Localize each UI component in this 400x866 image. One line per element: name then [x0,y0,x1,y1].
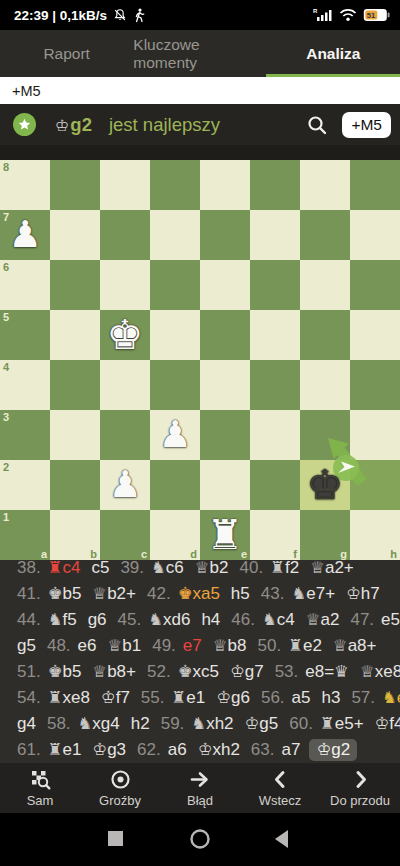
move[interactable]: h2 [131,714,150,734]
move-number: 55. [141,688,165,708]
square-e1[interactable]: e [200,510,250,560]
move[interactable]: ♞c4 [262,610,295,630]
black-figurine: ♔ [230,662,245,681]
square-h5[interactable] [350,310,400,360]
evaluation-text: +M5 [0,83,41,99]
square-b2[interactable] [50,460,100,510]
move[interactable]: ♔h7 [346,584,380,604]
best-move-label: ♔g2 [55,114,92,136]
move-number: 50. [257,636,281,656]
square-h7[interactable] [350,210,400,260]
chevron-left-icon [270,769,291,790]
move-number: 44. [17,610,41,630]
back-button[interactable]: Wstecz [240,763,320,813]
white-figurine: ♜ [270,560,285,577]
black-figurine: ♔ [101,688,116,707]
black-figurine: ♔ [216,688,231,707]
rank-label: 1 [3,511,9,523]
move-number: 38. [17,560,41,578]
file-label: f [293,548,297,560]
white-figurine: ♜ [320,714,335,733]
white-figurine: ♞ [78,714,93,733]
arrow-right-icon [189,769,211,790]
chevron-right-icon [350,769,371,790]
white-figurine: ♞ [191,714,206,733]
rank-label: 4 [3,361,9,373]
move-list-row: 44.♞f5g645.♞xd6h446.♞c4♕a247.e5 [0,607,400,633]
white-figurine: ♛ [334,662,349,681]
black-figurine: ♕ [213,636,228,655]
square-a1[interactable]: 1a [0,510,50,560]
file-label: a [41,548,47,560]
move[interactable]: a5 [292,688,311,708]
chess-board[interactable]: 87654321abcdefgh [0,160,400,560]
move-number: 41. [17,584,41,604]
square-e6[interactable] [200,260,250,310]
square-f5[interactable] [250,310,300,360]
move[interactable]: e6 [78,636,97,656]
file-label: e [241,548,247,560]
black-figurine: ♔ [245,714,260,733]
move-list-row: 38.♜c4c539.♞c6♕b240.♜f2♕a2+ [0,560,400,581]
move[interactable]: ♕a2+ [310,560,354,578]
square-g3[interactable] [300,410,350,460]
tab-analiza[interactable]: Analiza [267,30,400,77]
square-h6[interactable] [350,260,400,310]
move-list-row: 51.♚b5♕b8+52.♚xc5♔g753.e8=♛♕xe8 [0,659,400,685]
king-figurine: ♔ [55,116,69,135]
square-c1[interactable]: c [100,510,150,560]
forward-button[interactable]: Do przodu [320,763,400,813]
move[interactable]: ♕xe8 [360,662,400,682]
square-d4[interactable] [150,360,200,410]
white-figurine: ♞ [148,610,163,629]
move-number: 39. [120,560,144,578]
file-label: b [90,548,97,560]
white-figurine: ♚ [48,584,63,603]
black-figurine: ♔ [375,714,390,733]
file-label: c [141,548,147,560]
android-nav-bar [0,813,400,866]
battery-percent-text: 51 [367,11,375,20]
square-g5[interactable] [300,310,350,360]
move[interactable]: ♞c6 [151,560,184,578]
square-d3[interactable] [150,410,200,460]
square-a6[interactable]: 6 [0,260,50,310]
move-number: 43. [261,584,285,604]
best-move-star-icon [13,113,36,136]
black-figurine: ♕ [92,662,107,681]
square-e2[interactable] [200,460,250,510]
white-figurine: ♚ [48,662,63,681]
move-number: 54. [17,688,41,708]
square-b5[interactable] [50,310,100,360]
black-figurine: ♕ [360,662,375,681]
home-button[interactable] [188,827,212,851]
move-list-row: g548.e6♕b149.e7♕b850.♜e2♕a8+ [0,633,400,659]
status-left: 22:39 | 0,1kB/s [0,8,146,23]
analysis-toolbar: Sam Groźby Błąd Wstecz Do [0,763,400,813]
move[interactable]: ♔xh2 [198,740,240,760]
move-number: 49. [152,636,176,656]
move[interactable]: ♞xg4 [78,714,120,734]
toolbar-label: Błąd [187,793,213,808]
square-b6[interactable] [50,260,100,310]
square-f1[interactable]: f [250,510,300,560]
square-d2[interactable] [150,460,200,510]
square-a3[interactable]: 3 [0,410,50,460]
best-move-comment: jest najlepszy [109,114,220,136]
move[interactable]: ♕b8 [213,636,247,656]
square-b7[interactable] [50,210,100,260]
threats-button[interactable]: Groźby [80,763,160,813]
current-move[interactable]: ♔g2 [309,739,357,761]
square-c7[interactable] [100,210,150,260]
white-figurine: ♜ [48,560,63,577]
square-g1[interactable]: g [300,510,350,560]
move[interactable]: ♕b1 [107,636,141,656]
move[interactable]: ♜c4 [48,560,81,578]
square-c6[interactable] [100,260,150,310]
move[interactable]: ♕b2+ [92,584,136,604]
move[interactable]: c5 [91,560,109,578]
square-h2[interactable] [350,460,400,510]
square-g8[interactable] [300,160,350,210]
move[interactable]: ♜e2 [288,636,322,656]
move[interactable]: ♔g5 [245,714,279,734]
square-a7[interactable]: 7 [0,210,50,260]
move[interactable]: ♕a2 [306,610,340,630]
white-figurine: ♞ [48,610,63,629]
move[interactable]: ♔f7 [101,688,130,708]
move[interactable]: ♔g6 [216,688,250,708]
square-d5[interactable] [150,310,200,360]
white-figurine: ♞ [151,560,166,577]
self-analysis-button[interactable]: Sam [0,763,80,813]
move-number: 56. [261,688,285,708]
tab-raport[interactable]: Raport [0,30,133,77]
move[interactable]: g5 [17,636,36,656]
square-f7[interactable] [250,210,300,260]
square-g7[interactable] [300,210,350,260]
board-search-icon [30,769,51,790]
move[interactable]: ♚xa5 [178,584,220,604]
square-h1[interactable]: h [350,510,400,560]
move-list[interactable]: 38.♜c4c539.♞c6♕b240.♜f2♕a2+41.♚b5♕b2+42.… [0,560,400,763]
black-figurine: ♕ [92,584,107,603]
move[interactable]: ♔g7 [230,662,264,682]
black-figurine: ♕ [195,560,210,577]
move-number: 47. [350,610,374,630]
file-label: g [340,548,347,560]
move[interactable]: e7 [183,636,202,656]
white-figurine: ♜ [48,740,63,759]
square-d8[interactable] [150,160,200,210]
rank-label: 5 [3,311,9,323]
clock-and-network-text: 22:39 | 0,1kB/s [14,8,107,23]
square-h8[interactable] [350,160,400,210]
square-e5[interactable] [200,310,250,360]
move-number: 59. [161,714,185,734]
move[interactable]: a6 [168,740,187,760]
black-figurine: ♔ [346,584,361,603]
rank-label: 3 [3,411,9,423]
square-f4[interactable] [250,360,300,410]
white-figurine: ♚ [178,584,193,603]
move-list-row: g458.♞xg4h259.♞xh2♔g560.♜e5+♔f4 [0,711,400,737]
move[interactable]: a7 [282,740,301,760]
move-list-row: 54.♜xe8♔f755.♜e1♔g656.a5h357.♞e3 [0,685,400,711]
tab-bar: Raport Kluczowe momenty Analiza [0,30,400,77]
black-figurine: ♔ [92,740,107,759]
black-figurine: ♔ [316,740,331,759]
toolbar-label: Wstecz [259,793,302,808]
toolbar-label: Groźby [99,793,141,808]
square-h4[interactable] [350,360,400,410]
move[interactable]: e5 [381,610,400,630]
toolbar-label: Do przodu [330,793,390,808]
square-b8[interactable] [50,160,100,210]
move[interactable]: ♜e1 [48,740,82,760]
square-f2[interactable] [250,460,300,510]
move-number: 51. [17,662,41,682]
move-number: 60. [289,714,313,734]
square-b1[interactable]: b [50,510,100,560]
move[interactable]: g4 [17,714,36,734]
white-figurine: ♞ [291,584,306,603]
move-number: 48. [47,636,71,656]
square-e3[interactable] [200,410,250,460]
tab-kluczowe-momenty[interactable]: Kluczowe momenty [133,30,266,77]
move[interactable]: h3 [321,688,340,708]
square-d1[interactable]: d [150,510,200,560]
white-figurine: ♞ [382,688,397,707]
bell-muted-icon [113,8,127,22]
move-number: 42. [147,584,171,604]
evaluation-badge[interactable]: +M5 [342,112,391,138]
move[interactable]: h5 [231,584,250,604]
square-c5[interactable] [100,310,150,360]
move[interactable]: ♚b5 [48,584,82,604]
square-a4[interactable]: 4 [0,360,50,410]
file-label: d [190,548,197,560]
move[interactable]: ♚b5 [48,662,82,682]
mistake-button[interactable]: Błąd [160,763,240,813]
move[interactable]: ♕b2 [195,560,229,578]
move[interactable]: ♜e5+ [320,714,364,734]
svg-text:R: R [313,8,318,14]
move[interactable]: ♜xe8 [48,688,90,708]
best-move-row: ♔g2 jest najlepszy +M5 [0,104,400,145]
square-f3[interactable] [250,410,300,460]
square-b3[interactable] [50,410,100,460]
toolbar-label: Sam [27,793,54,808]
black-figurine: ♕ [107,636,122,655]
move[interactable]: ♔g3 [92,740,126,760]
white-figurine: ♜ [48,688,63,707]
move-number: 63. [251,740,275,760]
square-e4[interactable] [200,360,250,410]
square-b4[interactable] [50,360,100,410]
move[interactable]: ♔f4 [375,714,400,734]
file-label: h [390,548,397,560]
rank-label: 2 [3,461,9,473]
move[interactable]: ♜f2 [270,560,299,578]
target-icon [110,769,131,790]
move[interactable]: ♞xh2 [191,714,233,734]
rank-label: 8 [3,161,9,173]
move[interactable]: g6 [88,610,107,630]
walking-person-icon [133,8,146,23]
move[interactable]: ♕b8+ [92,662,136,682]
best-move-square: g2 [70,114,92,136]
black-figurine: ♕ [333,636,348,655]
move-number: 45. [118,610,142,630]
white-figurine: ♚ [178,662,193,681]
move-number: 61. [17,740,41,760]
rank-label: 7 [3,211,9,223]
move-list-row: 41.♚b5♕b2+42.♚xa5h543.♞e7+♔h7 [0,581,400,607]
black-figurine: ♔ [198,740,213,759]
move-number: 62. [137,740,161,760]
status-right: R 51 [313,7,400,23]
rank-label: 6 [3,261,9,273]
square-f8[interactable] [250,160,300,210]
back-nav-button[interactable] [272,828,294,850]
battery-icon: 51 [363,8,390,22]
black-figurine: ♕ [306,610,321,629]
black-figurine: ♕ [310,560,325,577]
square-a8[interactable]: 8 [0,160,50,210]
white-figurine: ♞ [262,610,277,629]
move-number: 46. [231,610,255,630]
wifi-icon [339,8,357,22]
square-c8[interactable] [100,160,150,210]
move[interactable]: h4 [201,610,220,630]
chess-analysis-app: 22:39 | 0,1kB/s R 51 Raport Kluczowe mom… [0,0,400,866]
square-g2[interactable] [300,460,350,510]
square-c2[interactable] [100,460,150,510]
square-a5[interactable]: 5 [0,310,50,360]
square-d7[interactable] [150,210,200,260]
move[interactable]: ♞e7+ [291,584,335,604]
recents-button[interactable] [106,829,126,849]
square-c4[interactable] [100,360,150,410]
move[interactable]: ♜e1 [171,688,205,708]
cellular-signal-icon: R [313,7,333,23]
square-d6[interactable] [150,260,200,310]
move[interactable]: e8=♛ [305,662,349,682]
move[interactable]: ♚xc5 [178,662,219,682]
move-list-content: 38.♜c4c539.♞c6♕b240.♜f2♕a2+41.♚b5♕b2+42.… [0,560,400,763]
evaluation-bar: +M5 [0,77,400,104]
square-e7[interactable] [200,210,250,260]
square-g6[interactable] [300,260,350,310]
board-top-gap [0,145,400,160]
search-icon[interactable] [306,114,328,136]
status-bar: 22:39 | 0,1kB/s R 51 [0,0,400,30]
move-number: 52. [147,662,171,682]
move-list-row: 61.♜e1♔g362.a6♔xh263.a7♔g2 [0,737,400,763]
move-number: 58. [47,714,71,734]
white-figurine: ♜ [288,636,303,655]
square-g4[interactable] [300,360,350,410]
square-f6[interactable] [250,260,300,310]
move-number: 53. [275,662,299,682]
move[interactable]: ♞e3 [382,688,400,708]
move[interactable]: ♞f5 [48,610,77,630]
move-number: 57. [351,688,375,708]
square-h3[interactable] [350,410,400,460]
square-e8[interactable] [200,160,250,210]
move[interactable]: ♕a8+ [333,636,377,656]
move[interactable]: ♞xd6 [148,610,190,630]
square-a2[interactable]: 2 [0,460,50,510]
square-c3[interactable] [100,410,150,460]
white-figurine: ♜ [171,688,186,707]
move-number: 40. [240,560,264,578]
